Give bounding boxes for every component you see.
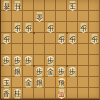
square-2a[interactable] (78, 0, 89, 11)
square-1g[interactable] (89, 66, 100, 77)
square-1i[interactable] (89, 88, 100, 99)
square-3i[interactable] (67, 88, 78, 99)
star-point (33, 65, 35, 67)
square-5h[interactable] (45, 77, 56, 88)
square-2e[interactable] (78, 44, 89, 55)
square-2g[interactable] (78, 66, 89, 77)
square-6a[interactable] (34, 0, 45, 11)
square-9e[interactable] (1, 44, 12, 55)
square-3b[interactable] (67, 11, 78, 22)
square-2h[interactable] (78, 77, 89, 88)
star-point (66, 32, 68, 34)
square-3f[interactable] (67, 55, 78, 66)
square-2f[interactable] (78, 55, 89, 66)
square-7g[interactable] (23, 66, 34, 77)
square-2i[interactable] (78, 88, 89, 99)
square-5e[interactable] (45, 44, 56, 55)
square-6c[interactable] (34, 22, 45, 33)
square-3h[interactable] (67, 77, 78, 88)
square-6i[interactable] (34, 88, 45, 99)
square-6e[interactable] (34, 44, 45, 55)
shogi-board: 香桂玉金歩歩歩歩歩歩歩歩歩歩歩歩銀歩金歩歩玉金銀飛香桂馬 (0, 0, 100, 99)
square-4e[interactable] (56, 44, 67, 55)
square-9c[interactable] (1, 22, 12, 33)
square-6d[interactable] (34, 33, 45, 44)
square-7b[interactable] (23, 11, 34, 22)
square-1f[interactable] (89, 55, 100, 66)
square-5b[interactable] (45, 11, 56, 22)
square-1e[interactable] (89, 44, 100, 55)
square-6f[interactable] (34, 55, 45, 66)
star-point (66, 65, 68, 67)
square-2d[interactable] (78, 33, 89, 44)
square-8b[interactable] (12, 11, 23, 22)
square-8e[interactable] (12, 44, 23, 55)
square-3c[interactable] (67, 22, 78, 33)
square-4b[interactable] (56, 11, 67, 22)
square-1h[interactable] (89, 77, 100, 88)
square-1a[interactable] (89, 0, 100, 11)
square-9b[interactable] (1, 11, 12, 22)
square-5a[interactable] (45, 0, 56, 11)
square-3e[interactable] (67, 44, 78, 55)
square-7a[interactable] (23, 0, 34, 11)
square-5i[interactable] (45, 88, 56, 99)
square-9g[interactable] (1, 66, 12, 77)
square-8h[interactable] (12, 77, 23, 88)
square-2b[interactable] (78, 11, 89, 22)
square-1b[interactable] (89, 11, 100, 22)
square-5d[interactable] (45, 33, 56, 44)
star-point (33, 32, 35, 34)
square-1c[interactable] (89, 22, 100, 33)
square-7e[interactable] (23, 44, 34, 55)
square-4a[interactable] (56, 0, 67, 11)
square-7i[interactable] (23, 88, 34, 99)
square-8d[interactable] (12, 33, 23, 44)
square-7d[interactable] (23, 33, 34, 44)
